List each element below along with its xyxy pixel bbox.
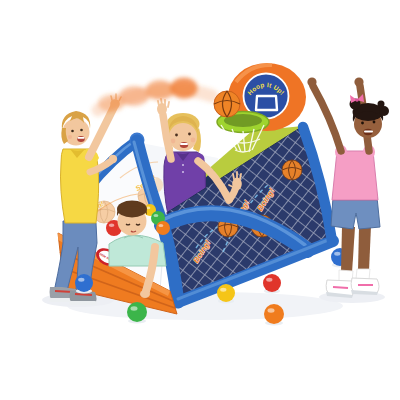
ball-red bbox=[263, 274, 281, 292]
girl-right-shorts bbox=[331, 197, 380, 229]
girl-right-leg bbox=[358, 226, 371, 271]
ball-blue bbox=[75, 274, 93, 292]
girl-right-leg bbox=[341, 226, 355, 273]
girl-right-arm bbox=[313, 86, 341, 151]
motion-blur-basketball bbox=[98, 78, 212, 113]
basketball-print bbox=[282, 160, 302, 180]
ball-orange bbox=[156, 221, 170, 235]
ball-green bbox=[127, 302, 147, 322]
ball-orange bbox=[264, 304, 284, 324]
product-photo: Hoop It Up! bbox=[0, 0, 400, 400]
ball-yellow bbox=[217, 284, 235, 302]
scene-svg: Hoop It Up! bbox=[0, 0, 400, 400]
